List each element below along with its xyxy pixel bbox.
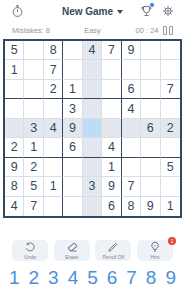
hint-label: Hint (151, 255, 160, 260)
cell-r7c1[interactable]: 9 (5, 158, 24, 177)
cell-r7c2[interactable]: 2 (24, 158, 43, 177)
timer: 00 : 24 (136, 26, 159, 35)
cell-r6c9[interactable] (161, 138, 180, 157)
cell-r2c4[interactable] (63, 60, 82, 79)
cell-r6c8[interactable] (141, 138, 160, 157)
cell-r7c5[interactable] (83, 158, 102, 177)
page-title[interactable]: New Game (62, 6, 113, 17)
cell-r6c4[interactable]: 6 (63, 138, 82, 157)
cell-r3c8[interactable] (141, 80, 160, 99)
cell-r4c6[interactable] (102, 99, 121, 118)
cell-r3c9[interactable]: 7 (161, 80, 180, 99)
pencil-icon (108, 242, 118, 254)
cell-r8c4[interactable] (63, 177, 82, 196)
cell-r1c3[interactable]: 8 (44, 41, 63, 60)
cell-r1c2[interactable] (24, 41, 43, 60)
numpad-3[interactable]: 3 (48, 268, 59, 288)
cell-r4c8[interactable] (141, 99, 160, 118)
cell-r4c9[interactable] (161, 99, 180, 118)
cell-r5c8[interactable]: 6 (141, 119, 160, 138)
cell-r2c1[interactable]: 1 (5, 60, 24, 79)
cell-r5c1[interactable] (5, 119, 24, 138)
numpad-8[interactable]: 8 (146, 268, 157, 288)
cell-r5c3[interactable]: 4 (44, 119, 63, 138)
cell-r8c7[interactable]: 7 (122, 177, 141, 196)
cell-r9c3[interactable] (44, 197, 63, 216)
trophy-icon[interactable] (140, 4, 153, 18)
cell-r3c6[interactable] (102, 80, 121, 99)
hint-badge: 1 (168, 237, 176, 245)
cell-r5c6[interactable] (102, 119, 121, 138)
cell-r7c6[interactable]: 1 (102, 158, 121, 177)
pencil-button[interactable]: Pencil Off (95, 240, 131, 261)
numpad-4[interactable]: 4 (68, 268, 79, 288)
cell-r6c2[interactable]: 1 (24, 138, 43, 157)
cell-r2c7[interactable] (122, 60, 141, 79)
gear-icon[interactable] (162, 5, 174, 17)
cell-r3c2[interactable] (24, 80, 43, 99)
cell-r1c8[interactable] (141, 41, 160, 60)
cell-r8c6[interactable]: 9 (102, 177, 121, 196)
cell-r9c5[interactable] (83, 197, 102, 216)
numpad-6[interactable]: 6 (107, 268, 118, 288)
cell-r7c7[interactable] (122, 158, 141, 177)
cell-r7c4[interactable] (63, 158, 82, 177)
pause-button[interactable] (163, 26, 174, 35)
undo-label: Undo (24, 255, 36, 260)
cell-r8c1[interactable]: 8 (5, 177, 24, 196)
cell-r8c5[interactable]: 3 (83, 177, 102, 196)
cell-r6c6[interactable]: 4 (102, 138, 121, 157)
numpad-2[interactable]: 2 (29, 268, 40, 288)
cell-r5c9[interactable]: 2 (161, 119, 180, 138)
cell-r6c7[interactable] (122, 138, 141, 157)
cell-r8c9[interactable] (161, 177, 180, 196)
cell-r7c9[interactable]: 5 (161, 158, 180, 177)
cell-r6c3[interactable] (44, 138, 63, 157)
hint-button[interactable]: 1 Hint (137, 240, 173, 261)
cell-r2c6[interactable] (102, 60, 121, 79)
cell-r4c4[interactable]: 3 (63, 99, 82, 118)
cell-r8c2[interactable]: 5 (24, 177, 43, 196)
cell-r3c7[interactable]: 6 (122, 80, 141, 99)
numpad-7[interactable]: 7 (126, 268, 137, 288)
undo-button[interactable]: Undo (12, 240, 48, 261)
cell-r2c5[interactable] (83, 60, 102, 79)
top-bar: New Game (0, 0, 185, 22)
cell-r9c1[interactable]: 4 (5, 197, 24, 216)
erase-label: Erase (65, 255, 78, 260)
cell-r6c1[interactable]: 2 (5, 138, 24, 157)
cell-r8c3[interactable]: 1 (44, 177, 63, 196)
cell-r1c1[interactable]: 5 (5, 41, 24, 60)
cell-r4c7[interactable]: 4 (122, 99, 141, 118)
cell-r4c1[interactable] (5, 99, 24, 118)
lightbulb-icon (150, 241, 160, 254)
cell-r2c3[interactable]: 7 (44, 60, 63, 79)
cell-r9c7[interactable]: 8 (122, 197, 141, 216)
cell-r9c8[interactable]: 9 (141, 197, 160, 216)
cell-r9c6[interactable]: 6 (102, 197, 121, 216)
status-bar: Mistakes: 8 Easy 00 : 24 (0, 22, 185, 38)
cell-r1c5[interactable]: 4 (83, 41, 102, 60)
toolbar: Undo Erase Pencil Off 1 Hint (0, 240, 185, 261)
cell-r1c7[interactable]: 9 (122, 41, 141, 60)
cell-r5c2[interactable]: 3 (24, 119, 43, 138)
cell-r9c9[interactable]: 1 (161, 197, 180, 216)
cell-r7c8[interactable] (141, 158, 160, 177)
eraser-icon (67, 242, 77, 254)
cell-r5c5[interactable] (83, 119, 102, 138)
cell-r3c4[interactable]: 1 (63, 80, 82, 99)
cell-r7c3[interactable] (44, 158, 63, 177)
cell-r1c4[interactable] (63, 41, 82, 60)
cell-r9c4[interactable] (63, 197, 82, 216)
cell-r1c6[interactable]: 7 (102, 41, 121, 60)
cell-r4c5[interactable] (83, 99, 102, 118)
undo-icon (25, 242, 35, 254)
numpad-5[interactable]: 5 (87, 268, 98, 288)
cell-r1c9[interactable] (161, 41, 180, 60)
cell-r9c2[interactable]: 7 (24, 197, 43, 216)
cell-r4c2[interactable] (24, 99, 43, 118)
sudoku-board[interactable]: 58479172167343496221649215851397476891 (3, 39, 182, 218)
cell-r6c5[interactable] (83, 138, 102, 157)
cell-r4c3[interactable] (44, 99, 63, 118)
cell-r3c3[interactable]: 2 (44, 80, 63, 99)
cell-r3c1[interactable] (5, 80, 24, 99)
numpad-9[interactable]: 9 (165, 268, 176, 288)
cell-r2c8[interactable] (141, 60, 160, 79)
cell-r2c2[interactable] (24, 60, 43, 79)
cell-r5c7[interactable] (122, 119, 141, 138)
notification-dot (149, 2, 155, 8)
cell-r5c4[interactable]: 9 (63, 119, 82, 138)
number-pad: 123456789 (0, 268, 185, 288)
pencil-label: Pencil Off (103, 255, 125, 260)
stopwatch-icon[interactable] (11, 4, 24, 18)
erase-button[interactable]: Erase (54, 240, 90, 261)
cell-r3c5[interactable] (83, 80, 102, 99)
chevron-down-icon (117, 10, 123, 14)
cell-r2c9[interactable] (161, 60, 180, 79)
cell-r8c8[interactable] (141, 177, 160, 196)
numpad-1[interactable]: 1 (9, 268, 20, 288)
